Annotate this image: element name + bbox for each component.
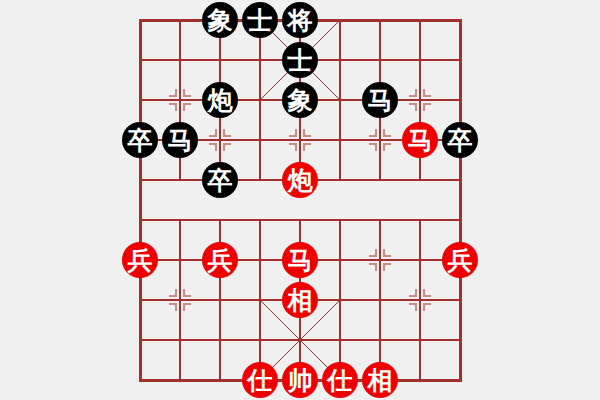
piece-red-soldier[interactable]: 兵 [442,242,478,278]
piece-red-elephant[interactable]: 相 [282,282,318,318]
piece-layer: 象士将士炮象马卒马马卒卒炮兵兵马兵相仕帅仕相 [120,0,480,400]
piece-red-soldier[interactable]: 兵 [122,242,158,278]
piece-black-advisor[interactable]: 士 [242,2,278,38]
piece-black-horse[interactable]: 马 [362,82,398,118]
piece-red-cannon[interactable]: 炮 [282,162,318,198]
piece-red-soldier[interactable]: 兵 [202,242,238,278]
piece-black-soldier[interactable]: 卒 [122,122,158,158]
piece-black-soldier[interactable]: 卒 [442,122,478,158]
xiangqi-app: 象士将士炮象马卒马马卒卒炮兵兵马兵相仕帅仕相 [0,0,600,400]
piece-black-elephant[interactable]: 象 [202,2,238,38]
piece-black-horse[interactable]: 马 [162,122,198,158]
piece-red-advisor[interactable]: 仕 [322,362,358,398]
piece-black-cannon[interactable]: 炮 [202,82,238,118]
piece-red-advisor[interactable]: 仕 [242,362,278,398]
piece-red-elephant[interactable]: 相 [362,362,398,398]
piece-black-soldier[interactable]: 卒 [202,162,238,198]
piece-black-elephant[interactable]: 象 [282,82,318,118]
piece-red-horse[interactable]: 马 [282,242,318,278]
piece-black-advisor[interactable]: 士 [282,42,318,78]
piece-red-horse[interactable]: 马 [402,122,438,158]
piece-red-general[interactable]: 帅 [282,362,318,398]
piece-black-general[interactable]: 将 [282,2,318,38]
